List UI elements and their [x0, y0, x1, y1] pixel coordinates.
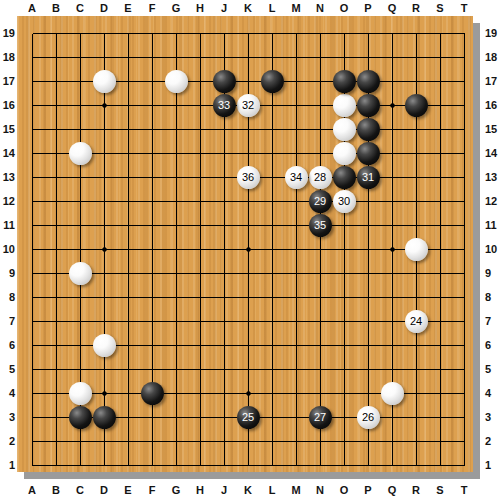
black-stone: 27 [309, 406, 332, 429]
move-number-label: 34 [290, 172, 302, 183]
move-number-label: 33 [218, 100, 230, 111]
left-coordinate-16: 16 [0, 97, 15, 113]
bottom-coordinate-T: T [452, 482, 476, 498]
bottom-coordinate-A: A [20, 482, 44, 498]
left-coordinate-15: 15 [0, 121, 15, 137]
white-stone: 28 [309, 166, 332, 189]
left-coordinate-1: 1 [0, 457, 15, 473]
star-point [102, 247, 108, 253]
right-coordinate-8: 8 [485, 289, 500, 305]
right-coordinate-2: 2 [485, 433, 500, 449]
black-stone [357, 142, 380, 165]
bottom-coordinate-K: K [236, 482, 260, 498]
left-coordinate-8: 8 [0, 289, 15, 305]
bottom-coordinate-D: D [92, 482, 116, 498]
black-stone [69, 406, 92, 429]
white-stone [165, 70, 188, 93]
top-coordinate-Q: Q [380, 0, 404, 16]
right-coordinate-7: 7 [485, 313, 500, 329]
black-stone [93, 406, 116, 429]
white-stone: 34 [285, 166, 308, 189]
black-stone [357, 94, 380, 117]
top-coordinate-A: A [20, 0, 44, 16]
top-coordinate-R: R [404, 0, 428, 16]
top-coordinate-D: D [92, 0, 116, 16]
top-coordinate-E: E [116, 0, 140, 16]
top-coordinate-J: J [212, 0, 236, 16]
move-number-label: 32 [242, 100, 254, 111]
left-coordinate-7: 7 [0, 313, 15, 329]
black-stone: 35 [309, 214, 332, 237]
move-number-label: 31 [362, 172, 374, 183]
right-coordinate-6: 6 [485, 337, 500, 353]
right-coordinate-16: 16 [485, 97, 500, 113]
top-coordinate-F: F [140, 0, 164, 16]
left-coordinate-18: 18 [0, 49, 15, 65]
left-coordinate-19: 19 [0, 25, 15, 41]
black-stone [213, 70, 236, 93]
move-number-label: 29 [314, 196, 326, 207]
black-stone [405, 94, 428, 117]
bottom-coordinate-H: H [188, 482, 212, 498]
right-coordinate-15: 15 [485, 121, 500, 137]
black-stone [141, 382, 164, 405]
top-coordinate-K: K [236, 0, 260, 16]
white-stone [69, 262, 92, 285]
white-stone [69, 382, 92, 405]
bottom-coordinate-J: J [212, 482, 236, 498]
move-number-label: 24 [410, 316, 422, 327]
top-coordinate-L: L [260, 0, 284, 16]
left-coordinate-5: 5 [0, 361, 15, 377]
left-coordinate-9: 9 [0, 265, 15, 281]
right-coordinate-19: 19 [485, 25, 500, 41]
right-coordinate-13: 13 [485, 169, 500, 185]
black-stone: 29 [309, 190, 332, 213]
star-point [246, 247, 252, 253]
bottom-coordinate-G: G [164, 482, 188, 498]
right-coordinate-3: 3 [485, 409, 500, 425]
move-number-label: 27 [314, 412, 326, 423]
top-coordinate-O: O [332, 0, 356, 16]
right-coordinate-18: 18 [485, 49, 500, 65]
white-stone: 26 [357, 406, 380, 429]
black-stone [357, 70, 380, 93]
top-coordinate-C: C [68, 0, 92, 16]
star-point [390, 103, 396, 109]
bottom-coordinate-E: E [116, 482, 140, 498]
top-coordinate-M: M [284, 0, 308, 16]
right-coordinate-4: 4 [485, 385, 500, 401]
left-coordinate-17: 17 [0, 73, 15, 89]
black-stone [333, 166, 356, 189]
move-number-label: 35 [314, 220, 326, 231]
black-stone: 25 [237, 406, 260, 429]
white-stone [93, 70, 116, 93]
right-coordinate-11: 11 [485, 217, 500, 233]
top-coordinate-T: T [452, 0, 476, 16]
white-stone: 32 [237, 94, 260, 117]
white-stone [333, 94, 356, 117]
right-coordinate-10: 10 [485, 241, 500, 257]
left-coordinate-2: 2 [0, 433, 15, 449]
move-number-label: 28 [314, 172, 326, 183]
star-point [102, 103, 108, 109]
left-coordinate-4: 4 [0, 385, 15, 401]
black-stone [357, 118, 380, 141]
move-number-label: 25 [242, 412, 254, 423]
right-coordinate-9: 9 [485, 265, 500, 281]
left-coordinate-13: 13 [0, 169, 15, 185]
bottom-coordinate-O: O [332, 482, 356, 498]
move-number-label: 26 [362, 412, 374, 423]
top-coordinate-S: S [428, 0, 452, 16]
bottom-coordinate-R: R [404, 482, 428, 498]
go-game-viewer: 24252627282930313233343536 AABBCCDDEEFFG… [0, 0, 500, 500]
bottom-coordinate-Q: Q [380, 482, 404, 498]
left-coordinate-3: 3 [0, 409, 15, 425]
right-coordinate-1: 1 [485, 457, 500, 473]
bottom-coordinate-C: C [68, 482, 92, 498]
right-coordinate-12: 12 [485, 193, 500, 209]
white-stone [405, 238, 428, 261]
right-coordinate-5: 5 [485, 361, 500, 377]
top-coordinate-H: H [188, 0, 212, 16]
bottom-coordinate-B: B [44, 482, 68, 498]
black-stone: 33 [213, 94, 236, 117]
white-stone: 30 [333, 190, 356, 213]
left-coordinate-11: 11 [0, 217, 15, 233]
black-stone [261, 70, 284, 93]
left-coordinate-6: 6 [0, 337, 15, 353]
move-number-label: 30 [338, 196, 350, 207]
bottom-coordinate-F: F [140, 482, 164, 498]
white-stone [333, 142, 356, 165]
star-point [390, 247, 396, 253]
right-coordinate-17: 17 [485, 73, 500, 89]
move-number-label: 36 [242, 172, 254, 183]
right-coordinate-14: 14 [485, 145, 500, 161]
bottom-coordinate-S: S [428, 482, 452, 498]
white-stone: 36 [237, 166, 260, 189]
left-coordinate-10: 10 [0, 241, 15, 257]
bottom-coordinate-P: P [356, 482, 380, 498]
white-stone [93, 334, 116, 357]
left-coordinate-14: 14 [0, 145, 15, 161]
top-coordinate-G: G [164, 0, 188, 16]
bottom-coordinate-N: N [308, 482, 332, 498]
bottom-coordinate-M: M [284, 482, 308, 498]
white-stone [333, 118, 356, 141]
white-stone [381, 382, 404, 405]
white-stone [69, 142, 92, 165]
white-stone: 24 [405, 310, 428, 333]
star-point [246, 391, 252, 397]
left-coordinate-12: 12 [0, 193, 15, 209]
go-board[interactable]: 24252627282930313233343536 [17, 16, 473, 472]
top-coordinate-B: B [44, 0, 68, 16]
black-stone: 31 [357, 166, 380, 189]
star-point [102, 391, 108, 397]
top-coordinate-P: P [356, 0, 380, 16]
black-stone [333, 70, 356, 93]
bottom-coordinate-L: L [260, 482, 284, 498]
top-coordinate-N: N [308, 0, 332, 16]
